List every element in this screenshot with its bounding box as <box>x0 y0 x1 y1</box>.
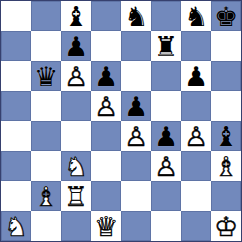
square-g7[interactable] <box>181 31 211 61</box>
square-g3[interactable] <box>181 151 211 181</box>
white-pawn: ♟♙ <box>151 151 181 181</box>
square-a7[interactable] <box>1 31 31 61</box>
white-knight-outline: ♘ <box>1 211 31 241</box>
square-d4[interactable] <box>91 121 121 151</box>
square-f1[interactable] <box>151 211 181 241</box>
square-a8[interactable] <box>1 1 31 31</box>
white-bishop-outline: ♗ <box>31 181 61 211</box>
white-king-outline: ♔ <box>211 211 241 241</box>
square-a4[interactable] <box>1 121 31 151</box>
white-pawn-fill: ♟ <box>181 121 211 151</box>
white-pawn-outline: ♙ <box>91 91 121 121</box>
white-queen-outline: ♕ <box>91 211 121 241</box>
white-knight: ♞♘ <box>1 211 31 241</box>
square-e5[interactable]: ♟ <box>121 91 151 121</box>
square-e3[interactable] <box>121 151 151 181</box>
square-a5[interactable] <box>1 91 31 121</box>
square-h5[interactable] <box>211 91 241 121</box>
black-pawn-glyph: ♟ <box>61 31 91 61</box>
white-knight-outline: ♘ <box>61 151 91 181</box>
square-c8[interactable]: ♝ <box>61 1 91 31</box>
square-f8[interactable] <box>151 1 181 31</box>
square-e8[interactable]: ♞ <box>121 1 151 31</box>
black-knight: ♞ <box>181 1 211 31</box>
square-d2[interactable] <box>91 181 121 211</box>
white-bishop: ♝♗ <box>211 151 241 181</box>
black-knight-glyph: ♞ <box>181 1 211 31</box>
white-knight-fill: ♞ <box>61 151 91 181</box>
square-f3[interactable]: ♟♙ <box>151 151 181 181</box>
square-d8[interactable] <box>91 1 121 31</box>
black-queen-glyph: ♛ <box>31 61 61 91</box>
square-c5[interactable] <box>61 91 91 121</box>
black-pawn-glyph: ♟ <box>151 121 181 151</box>
black-knight-glyph: ♞ <box>121 1 151 31</box>
white-pawn-fill: ♟ <box>91 91 121 121</box>
white-pawn-outline: ♙ <box>61 61 91 91</box>
square-g1[interactable] <box>181 211 211 241</box>
black-pawn-glyph: ♟ <box>121 91 151 121</box>
white-bishop: ♝♗ <box>31 181 61 211</box>
black-rook-glyph: ♜ <box>151 31 181 61</box>
black-bishop: ♝ <box>61 1 91 31</box>
black-pawn: ♟ <box>121 91 151 121</box>
black-pawn-glyph: ♟ <box>181 61 211 91</box>
square-a6[interactable] <box>1 61 31 91</box>
square-h6[interactable] <box>211 61 241 91</box>
square-e2[interactable] <box>121 181 151 211</box>
square-g6[interactable]: ♟ <box>181 61 211 91</box>
square-c3[interactable]: ♞♘ <box>61 151 91 181</box>
black-pawn-glyph: ♟ <box>91 61 121 91</box>
square-h4[interactable]: ♝ <box>211 121 241 151</box>
black-bishop-glyph: ♝ <box>61 1 91 31</box>
white-knight: ♞♘ <box>61 151 91 181</box>
square-e4[interactable]: ♟♙ <box>121 121 151 151</box>
square-a3[interactable] <box>1 151 31 181</box>
square-g4[interactable]: ♟♙ <box>181 121 211 151</box>
square-c4[interactable] <box>61 121 91 151</box>
white-pawn-fill: ♟ <box>121 121 151 151</box>
square-f2[interactable] <box>151 181 181 211</box>
black-queen: ♛ <box>31 61 61 91</box>
square-b2[interactable]: ♝♗ <box>31 181 61 211</box>
white-rook-outline: ♖ <box>61 181 91 211</box>
square-e6[interactable] <box>121 61 151 91</box>
black-bishop: ♝ <box>211 121 241 151</box>
square-a1[interactable]: ♞♘ <box>1 211 31 241</box>
square-f5[interactable] <box>151 91 181 121</box>
square-h1[interactable]: ♚♔ <box>211 211 241 241</box>
square-e1[interactable] <box>121 211 151 241</box>
white-bishop-fill: ♝ <box>31 181 61 211</box>
square-b6[interactable]: ♛ <box>31 61 61 91</box>
white-queen: ♛♕ <box>91 211 121 241</box>
black-pawn: ♟ <box>61 31 91 61</box>
square-b4[interactable] <box>31 121 61 151</box>
square-g2[interactable] <box>181 181 211 211</box>
square-b1[interactable] <box>31 211 61 241</box>
square-h7[interactable] <box>211 31 241 61</box>
square-h3[interactable]: ♝♗ <box>211 151 241 181</box>
white-queen-fill: ♛ <box>91 211 121 241</box>
square-c7[interactable]: ♟ <box>61 31 91 61</box>
chess-board: ♝♞♞♚♟♜♛♟♙♟♟♟♙♟♟♙♟♟♙♝♞♘♟♙♝♗♝♗♜♖♞♘♛♕♚♔ <box>0 0 242 242</box>
black-king-glyph: ♚ <box>211 1 241 31</box>
white-pawn: ♟♙ <box>61 61 91 91</box>
white-king-fill: ♚ <box>211 211 241 241</box>
square-d7[interactable] <box>91 31 121 61</box>
white-pawn-outline: ♙ <box>121 121 151 151</box>
square-e7[interactable] <box>121 31 151 61</box>
square-b7[interactable] <box>31 31 61 61</box>
black-rook: ♜ <box>151 31 181 61</box>
square-h8[interactable]: ♚ <box>211 1 241 31</box>
white-bishop-fill: ♝ <box>211 151 241 181</box>
square-d1[interactable]: ♛♕ <box>91 211 121 241</box>
white-pawn-outline: ♙ <box>181 121 211 151</box>
white-pawn: ♟♙ <box>121 121 151 151</box>
white-rook-fill: ♜ <box>61 181 91 211</box>
white-king: ♚♔ <box>211 211 241 241</box>
white-knight-fill: ♞ <box>1 211 31 241</box>
white-pawn-outline: ♙ <box>151 151 181 181</box>
black-king: ♚ <box>211 1 241 31</box>
square-c2[interactable]: ♜♖ <box>61 181 91 211</box>
square-c1[interactable] <box>61 211 91 241</box>
square-f7[interactable]: ♜ <box>151 31 181 61</box>
square-h2[interactable] <box>211 181 241 211</box>
square-d5[interactable]: ♟♙ <box>91 91 121 121</box>
square-a2[interactable] <box>1 181 31 211</box>
square-d6[interactable]: ♟ <box>91 61 121 91</box>
square-g5[interactable] <box>181 91 211 121</box>
square-b5[interactable] <box>31 91 61 121</box>
white-pawn: ♟♙ <box>91 91 121 121</box>
black-pawn: ♟ <box>151 121 181 151</box>
black-pawn: ♟ <box>181 61 211 91</box>
square-f4[interactable]: ♟ <box>151 121 181 151</box>
square-c6[interactable]: ♟♙ <box>61 61 91 91</box>
square-b8[interactable] <box>31 1 61 31</box>
white-pawn-fill: ♟ <box>151 151 181 181</box>
square-b3[interactable] <box>31 151 61 181</box>
black-knight: ♞ <box>121 1 151 31</box>
white-pawn: ♟♙ <box>181 121 211 151</box>
black-bishop-glyph: ♝ <box>211 121 241 151</box>
white-pawn-fill: ♟ <box>61 61 91 91</box>
square-d3[interactable] <box>91 151 121 181</box>
white-bishop-outline: ♗ <box>211 151 241 181</box>
square-g8[interactable]: ♞ <box>181 1 211 31</box>
square-f6[interactable] <box>151 61 181 91</box>
white-rook: ♜♖ <box>61 181 91 211</box>
black-pawn: ♟ <box>91 61 121 91</box>
